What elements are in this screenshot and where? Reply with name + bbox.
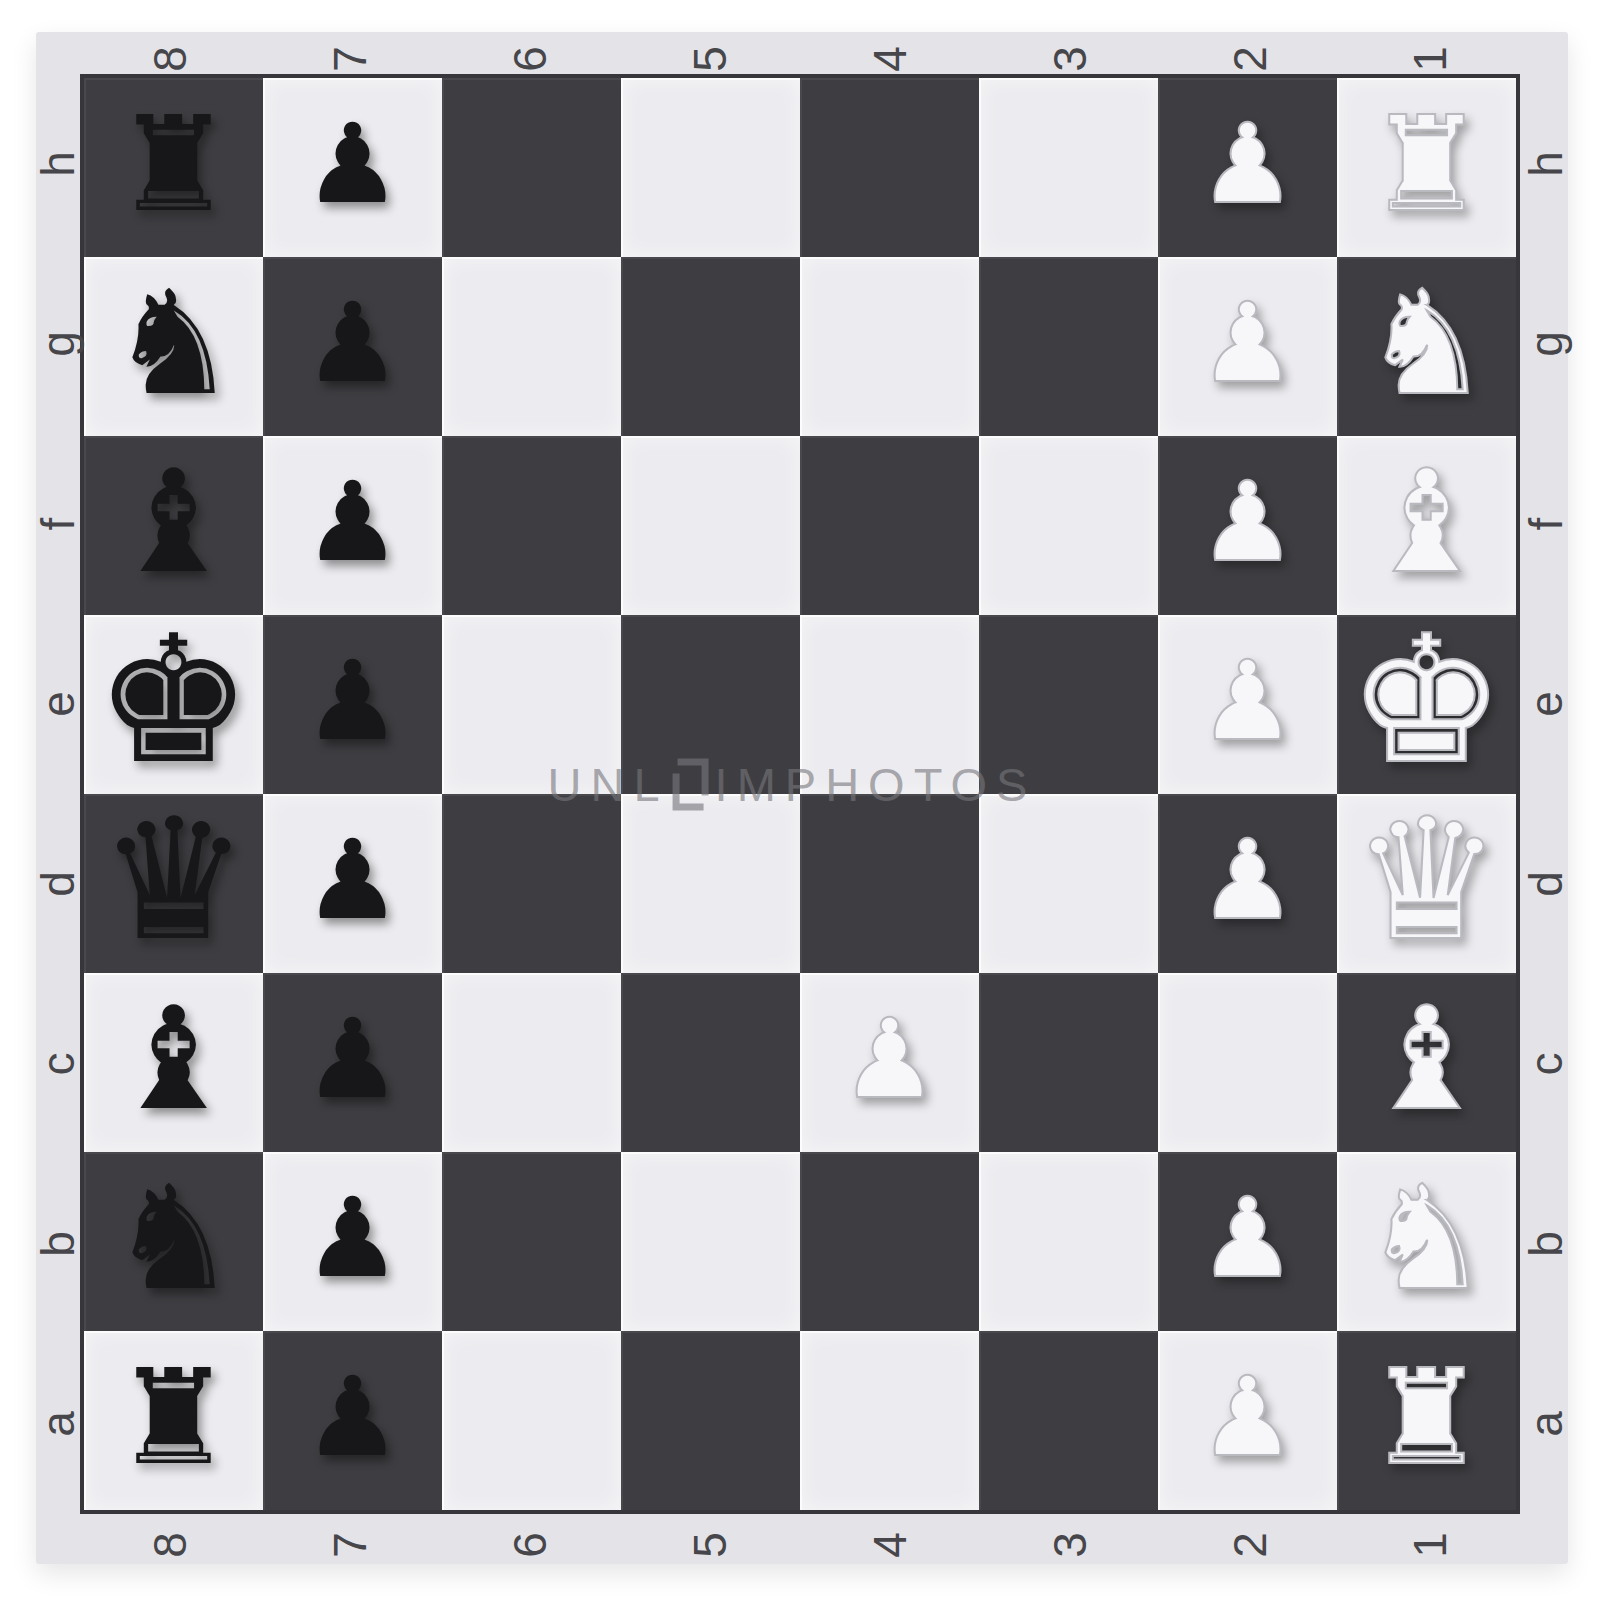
square-b3[interactable] — [979, 1152, 1158, 1331]
piece-black-rook[interactable]: ♜ — [114, 1351, 232, 1483]
piece-black-pawn[interactable]: ♟ — [303, 288, 402, 398]
square-c8[interactable]: ♝ — [84, 973, 263, 1152]
piece-black-knight[interactable]: ♞ — [109, 1166, 238, 1310]
watermark-frame-icon — [671, 758, 711, 810]
watermark-text-right: IMPHOTOS — [715, 757, 1037, 812]
square-f5[interactable] — [621, 436, 800, 615]
piece-white-pawn[interactable]: ♟ — [1198, 109, 1297, 219]
piece-white-pawn[interactable]: ♟ — [840, 1004, 939, 1114]
file-labels-left: hgfedcba — [36, 74, 80, 1514]
piece-white-pawn[interactable]: ♟ — [1198, 288, 1297, 398]
piece-black-pawn[interactable]: ♟ — [303, 1004, 402, 1114]
square-f8[interactable]: ♝ — [84, 436, 263, 615]
piece-white-pawn[interactable]: ♟ — [1198, 825, 1297, 935]
square-f3[interactable] — [979, 436, 1158, 615]
rank-label-5-top: 5 — [683, 0, 737, 149]
square-d6[interactable] — [442, 794, 621, 973]
square-h2[interactable]: ♟ — [1158, 78, 1337, 257]
square-g6[interactable] — [442, 257, 621, 436]
rank-label-4-bottom: 4 — [863, 1455, 917, 1600]
square-f2[interactable]: ♟ — [1158, 436, 1337, 615]
square-e8[interactable]: ♚ — [84, 615, 263, 794]
square-b7[interactable]: ♟ — [263, 1152, 442, 1331]
piece-black-pawn[interactable]: ♟ — [303, 1183, 402, 1293]
piece-white-rook[interactable]: ♜ — [1367, 98, 1485, 230]
square-g7[interactable]: ♟ — [263, 257, 442, 436]
piece-white-pawn[interactable]: ♟ — [1198, 1183, 1297, 1293]
piece-black-pawn[interactable]: ♟ — [303, 109, 402, 219]
piece-black-pawn[interactable]: ♟ — [303, 825, 402, 935]
square-d1[interactable]: ♛ — [1337, 794, 1516, 973]
piece-black-queen[interactable]: ♛ — [98, 796, 249, 964]
piece-black-king[interactable]: ♚ — [95, 613, 253, 789]
piece-black-knight[interactable]: ♞ — [109, 271, 238, 415]
piece-black-rook[interactable]: ♜ — [114, 98, 232, 230]
piece-white-queen[interactable]: ♛ — [1351, 796, 1502, 964]
square-e7[interactable]: ♟ — [263, 615, 442, 794]
piece-black-bishop[interactable]: ♝ — [110, 451, 237, 593]
square-b1[interactable]: ♞ — [1337, 1152, 1516, 1331]
square-g3[interactable] — [979, 257, 1158, 436]
square-f1[interactable]: ♝ — [1337, 436, 1516, 615]
square-b8[interactable]: ♞ — [84, 1152, 263, 1331]
rank-label-3-bottom: 3 — [1043, 1455, 1097, 1600]
square-c5[interactable] — [621, 973, 800, 1152]
piece-black-pawn[interactable]: ♟ — [303, 646, 402, 756]
watermark-text-left: UNL — [548, 757, 669, 812]
square-d7[interactable]: ♟ — [263, 794, 442, 973]
square-b5[interactable] — [621, 1152, 800, 1331]
rank-label-6-bottom: 6 — [503, 1455, 557, 1600]
square-d8[interactable]: ♛ — [84, 794, 263, 973]
square-g4[interactable] — [800, 257, 979, 436]
square-g2[interactable]: ♟ — [1158, 257, 1337, 436]
square-b2[interactable]: ♟ — [1158, 1152, 1337, 1331]
square-c3[interactable] — [979, 973, 1158, 1152]
rank-label-6-top: 6 — [503, 0, 557, 149]
piece-white-rook[interactable]: ♜ — [1367, 1351, 1485, 1483]
square-e1[interactable]: ♚ — [1337, 615, 1516, 794]
square-h7[interactable]: ♟ — [263, 78, 442, 257]
square-c1[interactable]: ♝ — [1337, 973, 1516, 1152]
square-c4[interactable]: ♟ — [800, 973, 979, 1152]
piece-white-king[interactable]: ♚ — [1348, 613, 1506, 789]
rank-labels-top: 87654321 — [80, 32, 1520, 74]
piece-white-bishop[interactable]: ♝ — [1363, 451, 1490, 593]
rank-label-3-top: 3 — [1043, 0, 1097, 149]
square-c6[interactable] — [442, 973, 621, 1152]
square-b4[interactable] — [800, 1152, 979, 1331]
piece-black-pawn[interactable]: ♟ — [303, 1362, 402, 1472]
square-g1[interactable]: ♞ — [1337, 257, 1516, 436]
square-c7[interactable]: ♟ — [263, 973, 442, 1152]
piece-white-pawn[interactable]: ♟ — [1198, 646, 1297, 756]
square-d5[interactable] — [621, 794, 800, 973]
square-f7[interactable]: ♟ — [263, 436, 442, 615]
square-g5[interactable] — [621, 257, 800, 436]
file-labels-right: hgfedcba — [1524, 74, 1568, 1514]
square-c2[interactable] — [1158, 973, 1337, 1152]
rank-labels-bottom: 87654321 — [80, 1518, 1520, 1564]
square-f6[interactable] — [442, 436, 621, 615]
square-f4[interactable] — [800, 436, 979, 615]
square-d3[interactable] — [979, 794, 1158, 973]
piece-black-pawn[interactable]: ♟ — [303, 467, 402, 577]
rank-label-4-top: 4 — [863, 0, 917, 149]
square-d2[interactable]: ♟ — [1158, 794, 1337, 973]
square-g8[interactable]: ♞ — [84, 257, 263, 436]
piece-white-knight[interactable]: ♞ — [1362, 1166, 1491, 1310]
piece-black-bishop[interactable]: ♝ — [110, 988, 237, 1130]
piece-white-bishop[interactable]: ♝ — [1363, 988, 1490, 1130]
square-d4[interactable] — [800, 794, 979, 973]
square-e2[interactable]: ♟ — [1158, 615, 1337, 794]
rank-label-5-bottom: 5 — [683, 1455, 737, 1600]
piece-white-pawn[interactable]: ♟ — [1198, 467, 1297, 577]
piece-white-knight[interactable]: ♞ — [1362, 271, 1491, 415]
square-b6[interactable] — [442, 1152, 621, 1331]
piece-white-pawn[interactable]: ♟ — [1198, 1362, 1297, 1472]
watermark: UNLIMPHOTOS — [548, 757, 1037, 812]
